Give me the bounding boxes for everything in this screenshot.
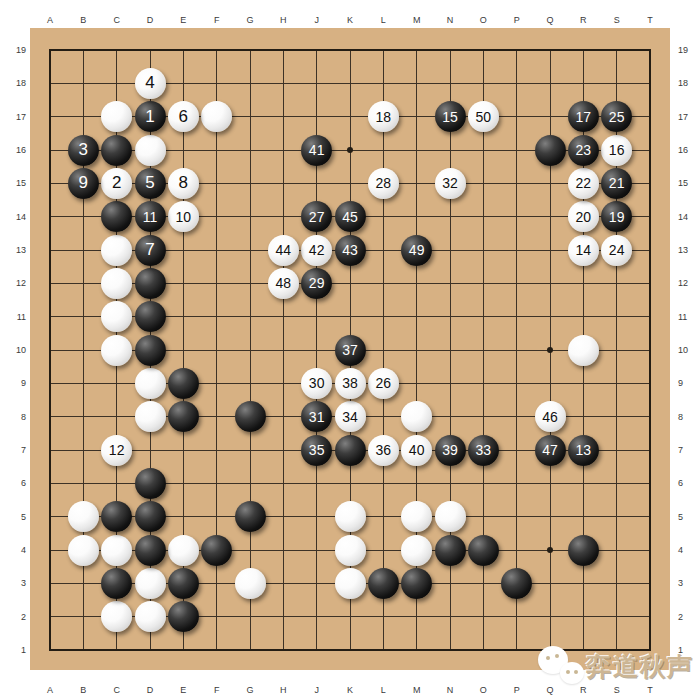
stone-black (335, 435, 366, 466)
move-number: 13 (576, 442, 592, 458)
coord-label-top: H (273, 14, 293, 26)
move-number: 31 (309, 409, 325, 425)
move-number: 1 (145, 107, 154, 127)
coord-label-left: 16 (4, 144, 26, 156)
coord-label-right: 14 (678, 211, 700, 223)
coord-label-right: 1 (678, 644, 700, 656)
move-number: 22 (576, 175, 592, 191)
stone-black: 41 (301, 135, 332, 166)
move-number: 9 (79, 173, 88, 193)
move-number: 5 (145, 173, 154, 193)
coord-label-bottom: K (340, 684, 360, 696)
coord-label-right: 9 (678, 377, 700, 389)
coord-label-bottom: F (207, 684, 227, 696)
stone-black (401, 568, 432, 599)
stone-black: 5 (135, 168, 166, 199)
coord-label-right: 13 (678, 244, 700, 256)
move-number: 29 (309, 275, 325, 291)
move-number: 8 (179, 173, 188, 193)
move-number: 23 (576, 142, 592, 158)
coord-label-bottom: Q (540, 684, 560, 696)
move-number: 19 (609, 209, 625, 225)
coord-label-top: Q (540, 14, 560, 26)
coord-label-bottom: E (173, 684, 193, 696)
stone-black: 49 (401, 235, 432, 266)
coord-label-top: O (473, 14, 493, 26)
stone-black (568, 535, 599, 566)
move-number: 10 (176, 209, 192, 225)
stone-white: 32 (435, 168, 466, 199)
coord-label-right: 4 (678, 544, 700, 556)
stone-white: 14 (568, 235, 599, 266)
coord-label-bottom: L (373, 684, 393, 696)
coord-label-top: F (207, 14, 227, 26)
coord-label-left: 3 (4, 577, 26, 589)
move-number: 33 (476, 442, 492, 458)
coord-label-right: 8 (678, 411, 700, 423)
stone-black (135, 535, 166, 566)
stone-black: 45 (335, 201, 366, 232)
coord-label-right: 16 (678, 144, 700, 156)
stone-black (135, 268, 166, 299)
stone-white (68, 501, 99, 532)
stone-black (168, 401, 199, 432)
stone-white: 42 (301, 235, 332, 266)
coord-label-bottom: B (73, 684, 93, 696)
move-number: 43 (342, 242, 358, 258)
move-number: 42 (309, 242, 325, 258)
stone-black (535, 135, 566, 166)
coord-label-right: 6 (678, 477, 700, 489)
move-number: 32 (442, 175, 458, 191)
move-number: 6 (179, 107, 188, 127)
move-number: 14 (576, 242, 592, 258)
coord-label-top: P (507, 14, 527, 26)
coord-label-top: K (340, 14, 360, 26)
stone-white: 22 (568, 168, 599, 199)
move-number: 26 (376, 375, 392, 391)
stone-black (101, 135, 132, 166)
stone-black (235, 401, 266, 432)
stone-white: 30 (301, 368, 332, 399)
stone-white (135, 401, 166, 432)
coord-label-bottom: M (407, 684, 427, 696)
coord-label-bottom: J (307, 684, 327, 696)
stone-black (501, 568, 532, 599)
stone-black (168, 368, 199, 399)
coord-label-top: G (240, 14, 260, 26)
stone-white (235, 568, 266, 599)
stone-black: 17 (568, 101, 599, 132)
stone-white (568, 335, 599, 366)
move-number: 46 (542, 409, 558, 425)
stone-black (168, 601, 199, 632)
stone-white: 2 (101, 168, 132, 199)
coord-label-bottom: G (240, 684, 260, 696)
stone-white: 34 (335, 401, 366, 432)
stone-white (335, 535, 366, 566)
move-number: 35 (309, 442, 325, 458)
stone-white: 44 (268, 235, 299, 266)
stone-white: 4 (135, 68, 166, 99)
stone-white (335, 501, 366, 532)
move-number: 24 (609, 242, 625, 258)
coord-label-right: 7 (678, 444, 700, 456)
stone-black: 1 (135, 101, 166, 132)
coord-label-left: 1 (4, 644, 26, 656)
stone-black (201, 535, 232, 566)
stone-white (101, 535, 132, 566)
stone-black (435, 535, 466, 566)
move-number: 36 (376, 442, 392, 458)
move-number: 4 (145, 73, 154, 93)
stone-black (168, 568, 199, 599)
stone-white: 48 (268, 268, 299, 299)
coord-label-right: 2 (678, 611, 700, 623)
stone-white: 16 (601, 135, 632, 166)
stone-white: 50 (468, 101, 499, 132)
stone-white (435, 501, 466, 532)
stone-white: 18 (368, 101, 399, 132)
coord-label-bottom: D (140, 684, 160, 696)
coord-label-bottom: H (273, 684, 293, 696)
stone-white: 8 (168, 168, 199, 199)
stone-black: 43 (335, 235, 366, 266)
coord-label-left: 5 (4, 511, 26, 523)
stone-white (101, 268, 132, 299)
coord-label-top: M (407, 14, 427, 26)
coord-label-left: 7 (4, 444, 26, 456)
coord-label-bottom: S (607, 684, 627, 696)
coord-label-top: T (640, 14, 660, 26)
stone-white (101, 235, 132, 266)
wechat-bubble-eye (574, 670, 578, 674)
move-number: 11 (143, 209, 158, 225)
coord-label-top: L (373, 14, 393, 26)
stone-white: 38 (335, 368, 366, 399)
star-point (547, 547, 553, 553)
coord-label-right: 12 (678, 277, 700, 289)
coord-label-left: 15 (4, 177, 26, 189)
coord-label-top: R (573, 14, 593, 26)
move-number: 34 (342, 409, 358, 425)
move-number: 12 (109, 442, 125, 458)
coord-label-right: 18 (678, 77, 700, 89)
coord-label-right: 10 (678, 344, 700, 356)
coord-label-right: 11 (678, 311, 700, 323)
stone-white: 10 (168, 201, 199, 232)
coord-label-top: S (607, 14, 627, 26)
stone-black (135, 335, 166, 366)
stone-white (135, 568, 166, 599)
stone-black: 23 (568, 135, 599, 166)
stone-black (235, 501, 266, 532)
stone-black (368, 568, 399, 599)
move-number: 30 (309, 375, 325, 391)
move-number: 20 (576, 209, 592, 225)
stone-white: 40 (401, 435, 432, 466)
stone-black: 29 (301, 268, 332, 299)
stone-white: 12 (101, 435, 132, 466)
move-number: 17 (576, 109, 592, 125)
stone-white (135, 368, 166, 399)
coord-label-bottom: A (40, 684, 60, 696)
move-number: 38 (342, 375, 358, 391)
stone-black: 11 (135, 201, 166, 232)
stone-black: 21 (601, 168, 632, 199)
coord-label-top: E (173, 14, 193, 26)
stone-white (135, 135, 166, 166)
move-number: 41 (309, 142, 325, 158)
coord-label-right: 5 (678, 511, 700, 523)
stone-black: 37 (335, 335, 366, 366)
coord-label-left: 11 (4, 311, 26, 323)
move-number: 44 (276, 242, 292, 258)
stone-white: 36 (368, 435, 399, 466)
move-number: 25 (609, 109, 625, 125)
coord-label-right: 15 (678, 177, 700, 189)
wechat-bubble-eye (566, 670, 570, 674)
coord-label-left: 12 (4, 277, 26, 289)
coord-label-left: 8 (4, 411, 26, 423)
coord-label-bottom: O (473, 684, 493, 696)
coord-label-left: 9 (4, 377, 26, 389)
coord-label-left: 10 (4, 344, 26, 356)
go-diagram-page: { "game": "go", "board": { "size": 19, "… (0, 0, 700, 700)
coord-label-top: C (107, 14, 127, 26)
stone-black (101, 568, 132, 599)
coord-label-bottom: P (507, 684, 527, 696)
stone-black (468, 535, 499, 566)
coord-label-left: 6 (4, 477, 26, 489)
stone-white: 46 (535, 401, 566, 432)
star-point (547, 347, 553, 353)
stone-black: 47 (535, 435, 566, 466)
move-number: 3 (79, 140, 88, 160)
coord-label-top: J (307, 14, 327, 26)
coord-label-bottom: R (573, 684, 593, 696)
stone-black: 35 (301, 435, 332, 466)
move-number: 47 (542, 442, 558, 458)
coord-label-left: 19 (4, 44, 26, 56)
coord-label-bottom: T (640, 684, 660, 696)
stone-white (168, 535, 199, 566)
move-number: 15 (442, 109, 458, 125)
coord-label-top: A (40, 14, 60, 26)
stone-white (101, 335, 132, 366)
stone-white: 28 (368, 168, 399, 199)
move-number: 45 (342, 209, 358, 225)
coord-label-right: 17 (678, 111, 700, 123)
stone-white (68, 535, 99, 566)
stone-black: 13 (568, 435, 599, 466)
stone-white: 24 (601, 235, 632, 266)
move-number: 40 (409, 442, 425, 458)
coord-label-left: 4 (4, 544, 26, 556)
coord-label-right: 19 (678, 44, 700, 56)
stone-black: 39 (435, 435, 466, 466)
coord-label-bottom: C (107, 684, 127, 696)
move-number: 28 (376, 175, 392, 191)
stone-white (401, 535, 432, 566)
stone-white (135, 601, 166, 632)
stone-white: 20 (568, 201, 599, 232)
move-number: 37 (342, 342, 358, 358)
move-number: 27 (309, 209, 325, 225)
coord-label-left: 13 (4, 244, 26, 256)
move-number: 16 (609, 142, 625, 158)
coord-label-bottom: N (440, 684, 460, 696)
stone-black (135, 501, 166, 532)
stone-black: 15 (435, 101, 466, 132)
coord-label-left: 17 (4, 111, 26, 123)
coord-label-right: 3 (678, 577, 700, 589)
stone-black (135, 301, 166, 332)
coord-label-top: N (440, 14, 460, 26)
stone-black (135, 468, 166, 499)
coord-label-left: 2 (4, 611, 26, 623)
stone-black: 7 (135, 235, 166, 266)
move-number: 50 (476, 109, 492, 125)
stone-white: 26 (368, 368, 399, 399)
star-point (347, 147, 353, 153)
stone-black: 3 (68, 135, 99, 166)
move-number: 39 (442, 442, 458, 458)
coord-label-top: D (140, 14, 160, 26)
move-number: 49 (409, 242, 425, 258)
stone-black: 9 (68, 168, 99, 199)
stone-white (335, 568, 366, 599)
move-number: 2 (112, 173, 121, 193)
coord-label-left: 14 (4, 211, 26, 223)
move-number: 21 (609, 175, 625, 191)
stone-white: 6 (168, 101, 199, 132)
move-number: 7 (145, 240, 154, 260)
stone-black: 33 (468, 435, 499, 466)
coord-label-top: B (73, 14, 93, 26)
coord-label-left: 18 (4, 77, 26, 89)
move-number: 48 (276, 275, 292, 291)
move-number: 18 (376, 109, 392, 125)
